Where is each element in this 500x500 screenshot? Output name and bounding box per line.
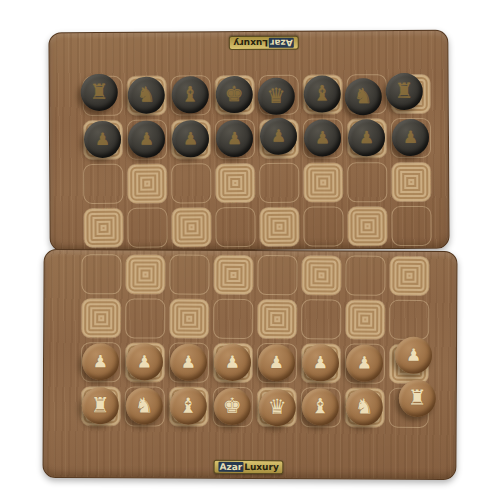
piece-black-knight[interactable]: ♞: [128, 77, 165, 114]
chess-set-photo: AzarLuxury ♜♞♝♚♛♝♞♜♟♟♟♟♟♟♟♟ ♟♟♟♟♟♟♟♟♜♞♝♚…: [0, 0, 500, 500]
black-pawn-glyph: ♟: [139, 121, 154, 158]
piece-black-pawn[interactable]: ♟: [260, 118, 297, 155]
square-a7[interactable]: ♟: [81, 118, 125, 162]
piece-black-pawn[interactable]: ♟: [304, 119, 341, 156]
square-d8[interactable]: ♚: [213, 73, 257, 117]
white-pawn-glyph: ♟: [225, 344, 240, 381]
black-rook-glyph: ♜: [395, 73, 414, 110]
piece-black-pawn[interactable]: ♟: [216, 120, 253, 157]
square-b4[interactable]: [123, 252, 167, 296]
square-g7[interactable]: ♟: [345, 116, 389, 160]
black-king-glyph: ♚: [225, 76, 244, 113]
piece-black-rook[interactable]: ♜: [81, 74, 118, 111]
white-pawn-glyph: ♟: [269, 344, 284, 381]
piece-white-pawn[interactable]: ♟: [302, 344, 339, 381]
piece-black-pawn[interactable]: ♟: [128, 121, 165, 158]
piece-white-pawn[interactable]: ♟: [346, 345, 383, 382]
piece-white-pawn[interactable]: ♟: [258, 344, 295, 381]
square-c2[interactable]: ♟: [167, 341, 211, 385]
piece-black-knight[interactable]: ♞: [345, 78, 382, 115]
square-f4[interactable]: [299, 253, 343, 297]
square-c6[interactable]: [169, 161, 213, 205]
white-knight-glyph: ♞: [135, 387, 154, 424]
piece-white-knight[interactable]: ♞: [346, 389, 383, 426]
square-b2[interactable]: ♟: [123, 340, 167, 384]
white-pawn-glyph: ♟: [313, 344, 328, 381]
square-h6[interactable]: [389, 160, 433, 204]
black-pawn-glyph: ♟: [271, 118, 286, 155]
brand-azar-label: Azar: [269, 38, 294, 48]
piece-white-pawn[interactable]: ♟: [395, 337, 432, 374]
piece-white-knight[interactable]: ♞: [126, 387, 163, 424]
square-e3[interactable]: [255, 297, 299, 341]
square-f2[interactable]: ♟: [299, 341, 343, 385]
black-rook-glyph: ♜: [90, 74, 109, 111]
square-b1[interactable]: ♞: [123, 384, 167, 428]
square-h8[interactable]: ♜: [389, 72, 433, 116]
piece-black-bishop[interactable]: ♝: [304, 75, 341, 112]
piece-black-rook[interactable]: ♜: [386, 73, 423, 110]
square-h5[interactable]: [389, 204, 433, 248]
square-g8[interactable]: ♞: [345, 72, 389, 116]
square-e7[interactable]: ♟: [257, 117, 301, 161]
square-c3[interactable]: [167, 297, 211, 341]
square-a6[interactable]: [81, 162, 125, 206]
white-pawn-glyph: ♟: [406, 337, 421, 374]
brand-azar-label: Azar: [218, 462, 243, 472]
square-c8[interactable]: ♝: [169, 73, 213, 117]
square-c1[interactable]: ♝: [167, 385, 211, 429]
square-a2[interactable]: ♟: [79, 340, 123, 384]
square-f6[interactable]: [301, 160, 345, 204]
black-pawn-glyph: ♟: [183, 120, 198, 157]
brand-luxury-label: Luxury: [244, 462, 279, 472]
square-a1[interactable]: ♜: [79, 384, 123, 428]
white-queen-glyph: ♛: [268, 389, 287, 426]
piece-white-pawn[interactable]: ♟: [214, 344, 251, 381]
chessboard-grid-bottom: ♟♟♟♟♟♟♟♟♜♞♝♚♛♝♞♜: [79, 252, 432, 430]
square-b5[interactable]: [125, 205, 169, 249]
white-king-glyph: ♚: [223, 388, 242, 425]
square-g6[interactable]: [345, 160, 389, 204]
black-queen-glyph: ♛: [267, 78, 286, 115]
white-rook-glyph: ♜: [408, 380, 427, 417]
piece-black-pawn[interactable]: ♟: [84, 121, 121, 158]
piece-black-pawn[interactable]: ♟: [172, 120, 209, 157]
piece-white-pawn[interactable]: ♟: [126, 343, 163, 380]
square-h7[interactable]: ♟: [389, 116, 433, 160]
square-h1[interactable]: ♜: [387, 386, 431, 430]
square-d6[interactable]: [213, 161, 257, 205]
piece-black-bishop[interactable]: ♝: [172, 76, 209, 113]
square-d2[interactable]: ♟: [211, 341, 255, 385]
white-pawn-glyph: ♟: [181, 344, 196, 381]
piece-white-rook[interactable]: ♜: [82, 387, 119, 424]
square-a4[interactable]: [79, 252, 123, 296]
black-pawn-glyph: ♟: [95, 121, 110, 158]
square-c7[interactable]: ♟: [169, 117, 213, 161]
brand-plate-top: AzarLuxury: [228, 36, 298, 50]
black-pawn-glyph: ♟: [359, 119, 374, 156]
black-knight-glyph: ♞: [137, 77, 156, 114]
piece-black-pawn[interactable]: ♟: [348, 119, 385, 156]
square-b3[interactable]: [123, 296, 167, 340]
black-bishop-glyph: ♝: [313, 75, 332, 112]
black-pawn-glyph: ♟: [315, 120, 330, 157]
square-b7[interactable]: ♟: [125, 117, 169, 161]
chessboard-grid-top: ♜♞♝♚♛♝♞♜♟♟♟♟♟♟♟♟: [81, 72, 434, 250]
square-b6[interactable]: [125, 161, 169, 205]
square-g4[interactable]: [343, 253, 387, 297]
brand-plate-bottom: AzarLuxury: [213, 460, 283, 474]
piece-white-king[interactable]: ♚: [214, 388, 251, 425]
square-g3[interactable]: [343, 297, 387, 341]
black-pawn-glyph: ♟: [403, 119, 418, 156]
piece-black-king[interactable]: ♚: [216, 76, 253, 113]
square-a5[interactable]: [81, 206, 125, 250]
white-bishop-glyph: ♝: [179, 388, 198, 425]
square-f1[interactable]: ♝: [299, 385, 343, 429]
square-e1[interactable]: ♛: [255, 385, 299, 429]
square-a8[interactable]: ♜: [81, 74, 125, 118]
square-f5[interactable]: [301, 204, 345, 248]
square-e4[interactable]: [255, 253, 299, 297]
board-bottom-half: ♟♟♟♟♟♟♟♟♜♞♝♚♛♝♞♜ AzarLuxury: [42, 249, 457, 480]
white-knight-glyph: ♞: [355, 389, 374, 426]
square-h4[interactable]: [387, 254, 431, 298]
black-pawn-glyph: ♟: [227, 120, 242, 157]
square-a3[interactable]: [79, 296, 123, 340]
white-pawn-glyph: ♟: [357, 345, 372, 382]
black-knight-glyph: ♞: [354, 78, 373, 115]
square-f7[interactable]: ♟: [301, 116, 345, 160]
square-h3[interactable]: [387, 298, 431, 342]
piece-white-pawn[interactable]: ♟: [82, 343, 119, 380]
square-c5[interactable]: [169, 205, 213, 249]
piece-white-pawn[interactable]: ♟: [170, 344, 207, 381]
square-e5[interactable]: [257, 205, 301, 249]
piece-white-bishop[interactable]: ♝: [302, 388, 339, 425]
square-e6[interactable]: [257, 161, 301, 205]
square-g1[interactable]: ♞: [343, 385, 387, 429]
brand-luxury-label: Luxury: [233, 38, 268, 48]
white-rook-glyph: ♜: [91, 387, 110, 424]
square-e2[interactable]: ♟: [255, 341, 299, 385]
square-f8[interactable]: ♝: [301, 72, 345, 116]
square-d3[interactable]: [211, 297, 255, 341]
piece-black-queen[interactable]: ♛: [258, 78, 295, 115]
square-g2[interactable]: ♟: [343, 341, 387, 385]
square-d7[interactable]: ♟: [213, 117, 257, 161]
square-g5[interactable]: [345, 204, 389, 248]
square-d5[interactable]: [213, 205, 257, 249]
square-e8[interactable]: ♛: [257, 73, 301, 117]
piece-white-bishop[interactable]: ♝: [170, 388, 207, 425]
board-top-half: AzarLuxury ♜♞♝♚♛♝♞♜♟♟♟♟♟♟♟♟: [48, 30, 449, 251]
black-bishop-glyph: ♝: [181, 76, 200, 113]
square-d1[interactable]: ♚: [211, 385, 255, 429]
white-pawn-glyph: ♟: [93, 343, 108, 380]
square-b8[interactable]: ♞: [125, 73, 169, 117]
piece-white-queen[interactable]: ♛: [259, 389, 296, 426]
square-c4[interactable]: [167, 253, 211, 297]
piece-white-rook[interactable]: ♜: [399, 380, 436, 417]
square-d4[interactable]: [211, 253, 255, 297]
piece-black-pawn[interactable]: ♟: [392, 119, 429, 156]
white-pawn-glyph: ♟: [137, 343, 152, 380]
square-f3[interactable]: [299, 297, 343, 341]
white-bishop-glyph: ♝: [311, 388, 330, 425]
